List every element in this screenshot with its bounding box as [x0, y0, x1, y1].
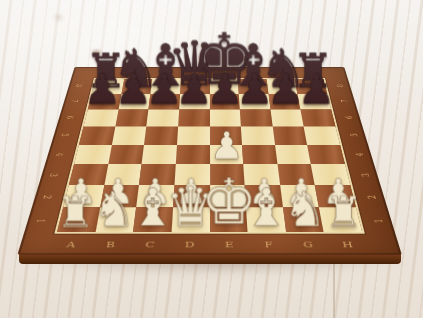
square-g7[interactable]: ♟	[268, 93, 300, 109]
square-b6[interactable]	[115, 109, 149, 126]
board-grid: ♜♞♝♛♚♝♞♜♟♟♟♟♟♟♟♟♟♟♟♟♟♟♟♟♜♞♝♛♚♝♞♜	[56, 79, 361, 232]
square-e7[interactable]: ♟	[209, 93, 239, 109]
chessboard-photo: ABCDEFGH ABCDEFGH 87654321 87654321 ♜♞♝♛…	[0, 0, 423, 318]
file-label: H	[326, 236, 369, 252]
piece-white-pawn[interactable]: ♟	[209, 127, 243, 164]
square-d5[interactable]	[176, 126, 209, 144]
square-f6[interactable]	[239, 109, 272, 126]
file-label: D	[169, 236, 209, 252]
square-g1[interactable]: ♞	[282, 207, 323, 232]
square-d7[interactable]: ♟	[179, 93, 209, 109]
square-e1[interactable]: ♚	[209, 207, 247, 232]
rank-label: 6	[53, 113, 87, 122]
rank-label: 7	[58, 96, 91, 104]
square-h5[interactable]	[303, 126, 339, 144]
file-label: G	[287, 236, 329, 252]
square-a4[interactable]	[74, 144, 112, 163]
file-label: B	[89, 236, 131, 252]
square-f5[interactable]	[240, 126, 274, 144]
square-a6[interactable]	[83, 109, 118, 126]
square-h7[interactable]: ♟	[297, 93, 330, 109]
square-c6[interactable]	[146, 109, 179, 126]
square-b4[interactable]	[107, 144, 143, 163]
square-h6[interactable]	[300, 109, 335, 126]
square-h4[interactable]	[307, 144, 345, 163]
rank-label: 7	[327, 96, 360, 104]
square-f7[interactable]: ♟	[238, 93, 269, 109]
rank-label: 1	[19, 214, 61, 227]
square-f4[interactable]	[242, 144, 277, 163]
file-label: F	[248, 236, 289, 252]
file-label: C	[129, 236, 170, 252]
piece-white-bishop[interactable]: ♝	[243, 181, 289, 233]
playing-area-border: ♜♞♝♛♚♝♞♜♟♟♟♟♟♟♟♟♟♟♟♟♟♟♟♟♜♞♝♛♚♝♞♜	[54, 78, 365, 233]
square-a5[interactable]	[79, 126, 115, 144]
square-c4[interactable]	[141, 144, 176, 163]
piece-white-rook[interactable]: ♜	[56, 191, 94, 233]
square-c5[interactable]	[144, 126, 178, 144]
piece-white-knight[interactable]: ♞	[92, 185, 135, 233]
square-e4[interactable]: ♟	[209, 144, 243, 163]
rank-label: 5	[336, 130, 371, 139]
chess-board: ABCDEFGH ABCDEFGH 87654321 87654321 ♜♞♝♛…	[17, 67, 401, 255]
rank-label: 4	[41, 149, 78, 159]
square-d6[interactable]	[178, 109, 209, 126]
square-g5[interactable]	[272, 126, 307, 144]
file-labels-bottom: ABCDEFGH	[49, 236, 369, 252]
piece-white-knight[interactable]: ♞	[283, 185, 326, 233]
square-g6[interactable]	[270, 109, 304, 126]
piece-white-rook[interactable]: ♜	[324, 191, 362, 233]
rank-label: 4	[341, 149, 378, 159]
rank-label: 8	[324, 81, 356, 89]
square-g4[interactable]	[274, 144, 310, 163]
rank-label: 8	[63, 81, 95, 89]
square-d4[interactable]	[175, 144, 209, 163]
rank-label: 5	[47, 130, 82, 139]
rank-label: 1	[357, 214, 399, 227]
rank-label: 6	[332, 113, 366, 122]
perspective-scene: ABCDEFGH ABCDEFGH 87654321 87654321 ♜♞♝♛…	[0, 0, 423, 318]
square-f1[interactable]: ♝	[246, 207, 286, 232]
square-h1[interactable]: ♜	[319, 207, 362, 232]
file-label: E	[209, 236, 249, 252]
square-e6[interactable]	[209, 109, 240, 126]
file-label: A	[49, 236, 92, 252]
square-b5[interactable]	[111, 126, 146, 144]
